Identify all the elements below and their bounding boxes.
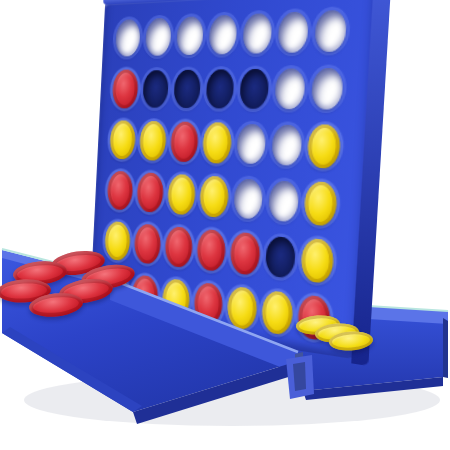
- tray-front-layer: [0, 0, 450, 450]
- tray-right-front-edge: [303, 377, 443, 400]
- product-photo-canvas: [0, 0, 450, 450]
- hinge-clasp-notch: [293, 362, 306, 391]
- tray-right-tip-wall: [443, 318, 448, 378]
